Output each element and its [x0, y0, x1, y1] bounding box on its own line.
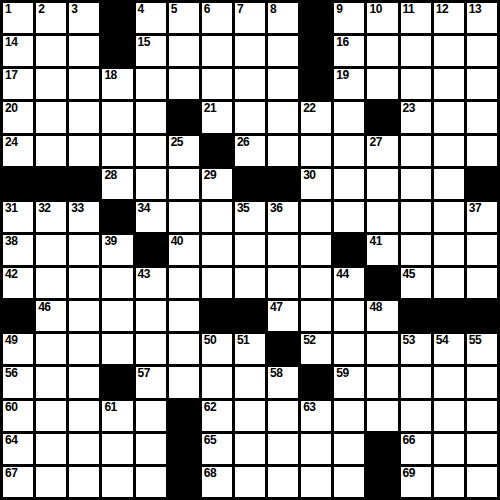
clue-number-14: 14 [5, 36, 17, 49]
white-cell-r9c11[interactable]: 44 [334, 268, 364, 298]
white-cell-r8c8[interactable] [235, 235, 265, 265]
white-cell-r10c11[interactable] [334, 301, 364, 331]
clue-number-11: 11 [403, 3, 415, 16]
clue-number-46: 46 [38, 301, 50, 314]
white-cell-r15c1[interactable]: 67 [3, 467, 33, 497]
white-cell-r15c2[interactable] [36, 467, 66, 497]
white-cell-r11c14[interactable]: 54 [434, 334, 464, 364]
black-cell-r8c11 [334, 235, 364, 265]
clue-number-35: 35 [237, 202, 249, 215]
black-cell-r10c14 [434, 301, 464, 331]
white-cell-r2c3[interactable] [69, 36, 99, 66]
clue-number-26: 26 [237, 136, 249, 149]
white-cell-r11c4[interactable] [102, 334, 132, 364]
white-cell-r13c10[interactable]: 63 [301, 401, 331, 431]
white-cell-r13c11[interactable] [334, 401, 364, 431]
black-cell-r6c15 [467, 169, 497, 199]
black-cell-r6c1 [3, 169, 33, 199]
white-cell-r5c3[interactable] [69, 136, 99, 166]
white-cell-r13c9[interactable] [268, 401, 298, 431]
clue-number-7: 7 [237, 3, 243, 16]
clue-number-4: 4 [138, 3, 144, 16]
clue-number-59: 59 [336, 367, 348, 380]
clue-number-28: 28 [104, 169, 116, 182]
clue-number-30: 30 [303, 169, 315, 182]
white-cell-r4c11[interactable] [334, 102, 364, 132]
clue-number-58: 58 [270, 367, 282, 380]
white-cell-r15c7[interactable]: 68 [202, 467, 232, 497]
white-cell-r8c13[interactable] [401, 235, 431, 265]
clue-number-3: 3 [71, 3, 77, 16]
white-cell-r9c14[interactable] [434, 268, 464, 298]
clue-number-60: 60 [5, 401, 17, 414]
white-cell-r4c4[interactable] [102, 102, 132, 132]
white-cell-r12c14[interactable] [434, 367, 464, 397]
white-cell-r4c13[interactable]: 23 [401, 102, 431, 132]
white-cell-r6c7[interactable]: 29 [202, 169, 232, 199]
white-cell-r14c7[interactable]: 65 [202, 434, 232, 464]
black-cell-r10c8 [235, 301, 265, 331]
white-cell-r11c2[interactable] [36, 334, 66, 364]
clue-number-16: 16 [336, 36, 348, 49]
black-cell-r4c6 [169, 102, 199, 132]
clue-number-44: 44 [336, 268, 348, 281]
white-cell-r15c9[interactable] [268, 467, 298, 497]
white-cell-r14c8[interactable] [235, 434, 265, 464]
white-cell-r14c9[interactable] [268, 434, 298, 464]
clue-number-1: 1 [5, 3, 11, 16]
white-cell-r6c12[interactable] [367, 169, 397, 199]
white-cell-r7c11[interactable] [334, 202, 364, 232]
white-cell-r2c13[interactable] [401, 36, 431, 66]
black-cell-r14c6 [169, 434, 199, 464]
clue-number-53: 53 [403, 334, 415, 347]
white-cell-r2c5[interactable]: 15 [136, 36, 166, 66]
white-cell-r1c13[interactable]: 11 [401, 3, 431, 33]
white-cell-r1c1[interactable]: 1 [3, 3, 33, 33]
white-cell-r8c3[interactable] [69, 235, 99, 265]
clue-number-63: 63 [303, 401, 315, 414]
white-cell-r3c4[interactable]: 18 [102, 69, 132, 99]
white-cell-r3c9[interactable] [268, 69, 298, 99]
white-cell-r14c11[interactable] [334, 434, 364, 464]
white-cell-r15c3[interactable] [69, 467, 99, 497]
clue-number-38: 38 [5, 235, 17, 248]
white-cell-r9c1[interactable]: 42 [3, 268, 33, 298]
white-cell-r10c4[interactable] [102, 301, 132, 331]
clue-number-47: 47 [270, 301, 282, 314]
white-cell-r3c2[interactable] [36, 69, 66, 99]
clue-number-36: 36 [270, 202, 282, 215]
clue-number-27: 27 [369, 136, 381, 149]
white-cell-r2c11[interactable]: 16 [334, 36, 364, 66]
white-cell-r9c4[interactable] [102, 268, 132, 298]
white-cell-r6c14[interactable] [434, 169, 464, 199]
white-cell-r7c2[interactable]: 32 [36, 202, 66, 232]
white-cell-r1c7[interactable]: 6 [202, 3, 232, 33]
white-cell-r7c8[interactable]: 35 [235, 202, 265, 232]
white-cell-r7c13[interactable] [401, 202, 431, 232]
white-cell-r1c11[interactable]: 9 [334, 3, 364, 33]
white-cell-r10c9[interactable]: 47 [268, 301, 298, 331]
white-cell-r8c7[interactable] [202, 235, 232, 265]
clue-number-48: 48 [369, 301, 381, 314]
white-cell-r9c5[interactable]: 43 [136, 268, 166, 298]
white-cell-r12c11[interactable]: 59 [334, 367, 364, 397]
white-cell-r4c15[interactable] [467, 102, 497, 132]
clue-number-23: 23 [403, 102, 415, 115]
white-cell-r14c2[interactable] [36, 434, 66, 464]
clue-number-8: 8 [270, 3, 276, 16]
white-cell-r8c9[interactable] [268, 235, 298, 265]
black-cell-r2c4 [102, 36, 132, 66]
white-cell-r15c13[interactable]: 69 [401, 467, 431, 497]
white-cell-r9c8[interactable] [235, 268, 265, 298]
clue-number-45: 45 [403, 268, 415, 281]
white-cell-r7c14[interactable] [434, 202, 464, 232]
black-cell-r5c7 [202, 136, 232, 166]
clue-number-52: 52 [303, 334, 315, 347]
white-cell-r2c15[interactable] [467, 36, 497, 66]
black-cell-r6c9 [268, 169, 298, 199]
white-cell-r13c12[interactable] [367, 401, 397, 431]
white-cell-r5c9[interactable] [268, 136, 298, 166]
white-cell-r14c10[interactable] [301, 434, 331, 464]
white-cell-r10c6[interactable] [169, 301, 199, 331]
white-cell-r2c6[interactable] [169, 36, 199, 66]
white-cell-r13c4[interactable]: 61 [102, 401, 132, 431]
white-cell-r11c11[interactable] [334, 334, 364, 364]
black-cell-r8c5 [136, 235, 166, 265]
white-cell-r5c8[interactable]: 26 [235, 136, 265, 166]
white-cell-r2c2[interactable] [36, 36, 66, 66]
black-cell-r15c6 [169, 467, 199, 497]
white-cell-r5c14[interactable] [434, 136, 464, 166]
white-cell-r11c3[interactable] [69, 334, 99, 364]
clue-number-29: 29 [204, 169, 216, 182]
white-cell-r8c1[interactable]: 38 [3, 235, 33, 265]
black-cell-r2c10 [301, 36, 331, 66]
clue-number-21: 21 [204, 102, 216, 115]
white-cell-r14c13[interactable]: 66 [401, 434, 431, 464]
black-cell-r10c13 [401, 301, 431, 331]
black-cell-r11c9 [268, 334, 298, 364]
white-cell-r7c10[interactable] [301, 202, 331, 232]
black-cell-r10c7 [202, 301, 232, 331]
white-cell-r1c9[interactable]: 8 [268, 3, 298, 33]
white-cell-r11c15[interactable]: 55 [467, 334, 497, 364]
clue-number-49: 49 [5, 334, 17, 347]
white-cell-r2c12[interactable] [367, 36, 397, 66]
white-cell-r1c14[interactable]: 12 [434, 3, 464, 33]
white-cell-r6c6[interactable] [169, 169, 199, 199]
clue-number-22: 22 [303, 102, 315, 115]
clue-number-33: 33 [71, 202, 83, 215]
clue-number-37: 37 [469, 202, 481, 215]
white-cell-r3c8[interactable] [235, 69, 265, 99]
white-cell-r13c3[interactable] [69, 401, 99, 431]
white-cell-r13c13[interactable] [401, 401, 431, 431]
white-cell-r11c5[interactable] [136, 334, 166, 364]
black-cell-r14c12 [367, 434, 397, 464]
white-cell-r14c15[interactable] [467, 434, 497, 464]
white-cell-r14c3[interactable] [69, 434, 99, 464]
clue-number-32: 32 [38, 202, 50, 215]
white-cell-r13c15[interactable] [467, 401, 497, 431]
white-cell-r11c13[interactable]: 53 [401, 334, 431, 364]
clue-number-50: 50 [204, 334, 216, 347]
clue-number-69: 69 [403, 467, 415, 480]
clue-number-42: 42 [5, 268, 17, 281]
white-cell-r12c7[interactable] [202, 367, 232, 397]
white-cell-r9c15[interactable] [467, 268, 497, 298]
clue-number-51: 51 [237, 334, 249, 347]
white-cell-r8c2[interactable] [36, 235, 66, 265]
white-cell-r3c1[interactable]: 17 [3, 69, 33, 99]
white-cell-r7c3[interactable]: 33 [69, 202, 99, 232]
white-cell-r6c13[interactable] [401, 169, 431, 199]
white-cell-r3c6[interactable] [169, 69, 199, 99]
white-cell-r12c9[interactable]: 58 [268, 367, 298, 397]
white-cell-r15c11[interactable] [334, 467, 364, 497]
white-cell-r6c5[interactable] [136, 169, 166, 199]
white-cell-r15c14[interactable] [434, 467, 464, 497]
white-cell-r12c6[interactable] [169, 367, 199, 397]
white-cell-r11c8[interactable]: 51 [235, 334, 265, 364]
clue-number-57: 57 [138, 367, 150, 380]
clue-number-39: 39 [104, 235, 116, 248]
white-cell-r9c7[interactable] [202, 268, 232, 298]
clue-number-15: 15 [138, 36, 150, 49]
white-cell-r11c10[interactable]: 52 [301, 334, 331, 364]
white-cell-r3c3[interactable] [69, 69, 99, 99]
black-cell-r6c3 [69, 169, 99, 199]
white-cell-r5c12[interactable]: 27 [367, 136, 397, 166]
black-cell-r12c4 [102, 367, 132, 397]
clue-number-43: 43 [138, 268, 150, 281]
white-cell-r12c12[interactable] [367, 367, 397, 397]
white-cell-r12c13[interactable] [401, 367, 431, 397]
white-cell-r2c1[interactable]: 14 [3, 36, 33, 66]
white-cell-r8c12[interactable]: 41 [367, 235, 397, 265]
white-cell-r10c10[interactable] [301, 301, 331, 331]
white-cell-r11c12[interactable] [367, 334, 397, 364]
white-cell-r4c7[interactable]: 21 [202, 102, 232, 132]
white-cell-r2c7[interactable] [202, 36, 232, 66]
white-cell-r1c3[interactable]: 3 [69, 3, 99, 33]
white-cell-r13c14[interactable] [434, 401, 464, 431]
clue-number-64: 64 [5, 434, 17, 447]
clue-number-40: 40 [171, 235, 183, 248]
clue-number-10: 10 [369, 3, 381, 16]
white-cell-r10c3[interactable] [69, 301, 99, 331]
black-cell-r15c12 [367, 467, 397, 497]
white-cell-r5c11[interactable] [334, 136, 364, 166]
crossword-grid: 1234567891011121314151617181920212223242… [0, 0, 500, 500]
white-cell-r7c5[interactable]: 34 [136, 202, 166, 232]
white-cell-r11c6[interactable] [169, 334, 199, 364]
white-cell-r5c4[interactable] [102, 136, 132, 166]
black-cell-r6c8 [235, 169, 265, 199]
clue-number-6: 6 [204, 3, 210, 16]
white-cell-r13c8[interactable] [235, 401, 265, 431]
clue-number-12: 12 [436, 3, 448, 16]
white-cell-r4c8[interactable] [235, 102, 265, 132]
black-cell-r12c10 [301, 367, 331, 397]
white-cell-r4c10[interactable]: 22 [301, 102, 331, 132]
white-cell-r9c6[interactable] [169, 268, 199, 298]
white-cell-r10c5[interactable] [136, 301, 166, 331]
black-cell-r3c10 [301, 69, 331, 99]
white-cell-r11c1[interactable]: 49 [3, 334, 33, 364]
white-cell-r13c5[interactable] [136, 401, 166, 431]
white-cell-r4c3[interactable] [69, 102, 99, 132]
clue-number-61: 61 [104, 401, 116, 414]
black-cell-r1c4 [102, 3, 132, 33]
white-cell-r3c14[interactable] [434, 69, 464, 99]
clue-number-55: 55 [469, 334, 481, 347]
clue-number-19: 19 [336, 69, 348, 82]
white-cell-r5c6[interactable]: 25 [169, 136, 199, 166]
white-cell-r1c8[interactable]: 7 [235, 3, 265, 33]
black-cell-r6c2 [36, 169, 66, 199]
white-cell-r3c13[interactable] [401, 69, 431, 99]
white-cell-r8c15[interactable] [467, 235, 497, 265]
white-cell-r15c5[interactable] [136, 467, 166, 497]
black-cell-r9c12 [367, 268, 397, 298]
white-cell-r7c1[interactable]: 31 [3, 202, 33, 232]
white-cell-r10c12[interactable]: 48 [367, 301, 397, 331]
white-cell-r6c4[interactable]: 28 [102, 169, 132, 199]
white-cell-r5c1[interactable]: 24 [3, 136, 33, 166]
white-cell-r3c11[interactable]: 19 [334, 69, 364, 99]
black-cell-r1c10 [301, 3, 331, 33]
clue-number-67: 67 [5, 467, 17, 480]
white-cell-r8c14[interactable] [434, 235, 464, 265]
white-cell-r15c10[interactable] [301, 467, 331, 497]
black-cell-r7c4 [102, 202, 132, 232]
white-cell-r4c2[interactable] [36, 102, 66, 132]
white-cell-r15c8[interactable] [235, 467, 265, 497]
clue-number-17: 17 [5, 69, 17, 82]
white-cell-r1c12[interactable]: 10 [367, 3, 397, 33]
white-cell-r1c5[interactable]: 4 [136, 3, 166, 33]
clue-number-2: 2 [38, 3, 44, 16]
white-cell-r6c11[interactable] [334, 169, 364, 199]
white-cell-r15c4[interactable] [102, 467, 132, 497]
white-cell-r12c15[interactable] [467, 367, 497, 397]
white-cell-r12c2[interactable] [36, 367, 66, 397]
clue-number-5: 5 [171, 3, 177, 16]
black-cell-r4c12 [367, 102, 397, 132]
white-cell-r5c15[interactable] [467, 136, 497, 166]
white-cell-r2c8[interactable] [235, 36, 265, 66]
clue-number-13: 13 [469, 3, 481, 16]
white-cell-r6c10[interactable]: 30 [301, 169, 331, 199]
clue-number-54: 54 [436, 334, 448, 347]
white-cell-r12c3[interactable] [69, 367, 99, 397]
white-cell-r9c3[interactable] [69, 268, 99, 298]
clue-number-62: 62 [204, 401, 216, 414]
white-cell-r8c10[interactable] [301, 235, 331, 265]
white-cell-r2c9[interactable] [268, 36, 298, 66]
white-cell-r7c6[interactable] [169, 202, 199, 232]
white-cell-r9c9[interactable] [268, 268, 298, 298]
white-cell-r3c7[interactable] [202, 69, 232, 99]
white-cell-r10c2[interactable]: 46 [36, 301, 66, 331]
white-cell-r4c9[interactable] [268, 102, 298, 132]
white-cell-r13c1[interactable]: 60 [3, 401, 33, 431]
clue-number-18: 18 [104, 69, 116, 82]
white-cell-r9c13[interactable]: 45 [401, 268, 431, 298]
clue-number-20: 20 [5, 102, 17, 115]
white-cell-r9c2[interactable] [36, 268, 66, 298]
white-cell-r7c7[interactable] [202, 202, 232, 232]
white-cell-r7c15[interactable]: 37 [467, 202, 497, 232]
clue-number-41: 41 [369, 235, 381, 248]
white-cell-r14c14[interactable] [434, 434, 464, 464]
white-cell-r5c13[interactable] [401, 136, 431, 166]
white-cell-r4c1[interactable]: 20 [3, 102, 33, 132]
white-cell-r1c2[interactable]: 2 [36, 3, 66, 33]
black-cell-r10c15 [467, 301, 497, 331]
white-cell-r12c5[interactable]: 57 [136, 367, 166, 397]
white-cell-r8c4[interactable]: 39 [102, 235, 132, 265]
clue-number-31: 31 [5, 202, 17, 215]
white-cell-r14c4[interactable] [102, 434, 132, 464]
white-cell-r5c10[interactable] [301, 136, 331, 166]
clue-number-34: 34 [138, 202, 150, 215]
black-cell-r13c6 [169, 401, 199, 431]
clue-number-66: 66 [403, 434, 415, 447]
clue-number-68: 68 [204, 467, 216, 480]
white-cell-r7c12[interactable] [367, 202, 397, 232]
clue-number-65: 65 [204, 434, 216, 447]
white-cell-r11c7[interactable]: 50 [202, 334, 232, 364]
clue-number-25: 25 [171, 136, 183, 149]
white-cell-r3c15[interactable] [467, 69, 497, 99]
white-cell-r13c2[interactable] [36, 401, 66, 431]
white-cell-r2c14[interactable] [434, 36, 464, 66]
white-cell-r13c7[interactable]: 62 [202, 401, 232, 431]
white-cell-r1c15[interactable]: 13 [467, 3, 497, 33]
white-cell-r3c12[interactable] [367, 69, 397, 99]
white-cell-r3c5[interactable] [136, 69, 166, 99]
white-cell-r14c1[interactable]: 64 [3, 434, 33, 464]
white-cell-r9c10[interactable] [301, 268, 331, 298]
clue-number-9: 9 [336, 3, 342, 16]
clue-number-24: 24 [5, 136, 17, 149]
white-cell-r8c6[interactable]: 40 [169, 235, 199, 265]
white-cell-r12c8[interactable] [235, 367, 265, 397]
white-cell-r4c14[interactable] [434, 102, 464, 132]
white-cell-r14c5[interactable] [136, 434, 166, 464]
black-cell-r10c1 [3, 301, 33, 331]
white-cell-r5c5[interactable] [136, 136, 166, 166]
white-cell-r15c15[interactable] [467, 467, 497, 497]
white-cell-r1c6[interactable]: 5 [169, 3, 199, 33]
white-cell-r12c1[interactable]: 56 [3, 367, 33, 397]
white-cell-r5c2[interactable] [36, 136, 66, 166]
clue-number-56: 56 [5, 367, 17, 380]
white-cell-r7c9[interactable]: 36 [268, 202, 298, 232]
white-cell-r4c5[interactable] [136, 102, 166, 132]
